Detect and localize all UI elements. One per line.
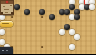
- toolbar-glyph-icon: [2, 50, 4, 51]
- screenshot-root: ○○○○●●○●○●●●●●○●○●●○○○○○○○: [0, 0, 96, 54]
- gold-button-label: [2, 23, 8, 25]
- info-panel: [0, 0, 14, 15]
- panel-glyph-icon: [4, 9, 9, 10]
- toolbar-glyph-icon: [6, 50, 8, 51]
- panel-glyph-icon: [10, 5, 12, 6]
- panel-emblem-icon: [6, 1, 8, 3]
- star-point: [11, 16, 13, 18]
- bottom-toolbar[interactable]: [0, 47, 13, 54]
- panel-glyph-icon: [3, 6, 5, 8]
- gold-button[interactable]: [0, 21, 13, 27]
- board-cell[interactable]: [90, 50, 95, 55]
- star-point: [41, 46, 43, 48]
- star-point: [41, 16, 43, 18]
- panel-corner-ornament: [1, 12, 3, 14]
- panel-corner-ornament: [11, 12, 13, 14]
- info-panel-header: [1, 1, 13, 4]
- panel-glyph-icon: [5, 12, 8, 13]
- go-board[interactable]: ○○○○●●○●○●●●●●○●○●●○○○○○○○: [0, 0, 95, 54]
